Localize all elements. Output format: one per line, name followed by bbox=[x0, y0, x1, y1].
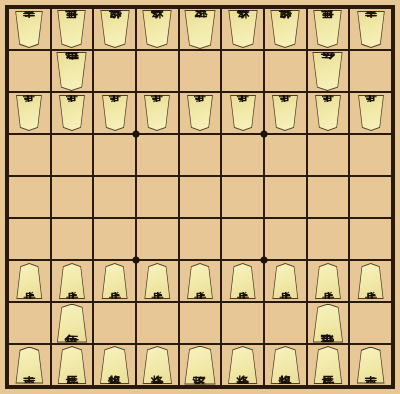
square-2-6[interactable] bbox=[307, 218, 350, 260]
square-6-6[interactable] bbox=[136, 218, 179, 260]
square-6-8[interactable] bbox=[136, 302, 179, 344]
square-2-1[interactable]: 桂馬 bbox=[307, 8, 350, 50]
square-8-6[interactable] bbox=[51, 218, 94, 260]
square-3-5[interactable] bbox=[264, 176, 307, 218]
square-2-9[interactable]: 桂馬 bbox=[307, 344, 350, 386]
shogi-board: 香車桂馬銀将金将王将金将銀将桂馬香車飛車角行歩兵歩兵歩兵歩兵歩兵歩兵歩兵歩兵歩兵… bbox=[5, 5, 395, 389]
piece-pawn-gote[interactable]: 歩兵 bbox=[100, 95, 130, 131]
square-3-7[interactable]: 歩兵 bbox=[264, 260, 307, 302]
square-5-4[interactable] bbox=[179, 134, 222, 176]
square-2-7[interactable]: 歩兵 bbox=[307, 260, 350, 302]
square-4-2[interactable] bbox=[221, 50, 264, 92]
square-9-7[interactable]: 歩兵 bbox=[8, 260, 51, 302]
square-1-3[interactable]: 歩兵 bbox=[349, 92, 392, 134]
piece-pawn-gote[interactable]: 歩兵 bbox=[228, 95, 258, 131]
piece-silver-sente[interactable]: 銀将 bbox=[268, 346, 302, 384]
square-7-1[interactable]: 銀将 bbox=[93, 8, 136, 50]
square-4-4[interactable] bbox=[221, 134, 264, 176]
square-5-9[interactable]: 王将 bbox=[179, 344, 222, 386]
square-6-2[interactable] bbox=[136, 50, 179, 92]
piece-pawn-gote[interactable]: 歩兵 bbox=[14, 95, 44, 131]
square-1-2[interactable] bbox=[349, 50, 392, 92]
square-7-6[interactable] bbox=[93, 218, 136, 260]
square-1-9[interactable]: 香車 bbox=[349, 344, 392, 386]
square-1-1[interactable]: 香車 bbox=[349, 8, 392, 50]
square-2-3[interactable]: 歩兵 bbox=[307, 92, 350, 134]
square-1-6[interactable] bbox=[349, 218, 392, 260]
square-5-6[interactable] bbox=[179, 218, 222, 260]
square-9-4[interactable] bbox=[8, 134, 51, 176]
piece-pawn-sente[interactable]: 歩兵 bbox=[100, 263, 130, 299]
square-7-9[interactable]: 銀将 bbox=[93, 344, 136, 386]
square-9-9[interactable]: 香車 bbox=[8, 344, 51, 386]
square-4-7[interactable]: 歩兵 bbox=[221, 260, 264, 302]
square-1-4[interactable] bbox=[349, 134, 392, 176]
square-7-3[interactable]: 歩兵 bbox=[93, 92, 136, 134]
square-1-7[interactable]: 歩兵 bbox=[349, 260, 392, 302]
piece-pawn-gote[interactable]: 歩兵 bbox=[57, 95, 87, 131]
square-8-2[interactable]: 飛車 bbox=[51, 50, 94, 92]
square-7-2[interactable] bbox=[93, 50, 136, 92]
square-9-8[interactable] bbox=[8, 302, 51, 344]
board-grid: 香車桂馬銀将金将王将金将銀将桂馬香車飛車角行歩兵歩兵歩兵歩兵歩兵歩兵歩兵歩兵歩兵… bbox=[8, 8, 392, 386]
piece-pawn-sente[interactable]: 歩兵 bbox=[228, 263, 258, 299]
piece-gold-gote[interactable]: 金将 bbox=[140, 10, 174, 48]
square-4-8[interactable] bbox=[221, 302, 264, 344]
shogi-app: 香車桂馬銀将金将王将金将銀将桂馬香車飛車角行歩兵歩兵歩兵歩兵歩兵歩兵歩兵歩兵歩兵… bbox=[0, 0, 400, 394]
square-8-8[interactable]: 角行 bbox=[51, 302, 94, 344]
piece-pawn-gote[interactable]: 歩兵 bbox=[356, 95, 386, 131]
piece-lance-sente[interactable]: 香車 bbox=[13, 347, 45, 384]
piece-rook-sente[interactable]: 飛車 bbox=[310, 304, 345, 343]
square-2-5[interactable] bbox=[307, 176, 350, 218]
piece-silver-sente[interactable]: 銀将 bbox=[98, 346, 132, 384]
square-3-9[interactable]: 銀将 bbox=[264, 344, 307, 386]
piece-pawn-gote[interactable]: 歩兵 bbox=[142, 95, 172, 131]
piece-gold-sente[interactable]: 金将 bbox=[140, 346, 174, 384]
square-4-3[interactable]: 歩兵 bbox=[221, 92, 264, 134]
square-3-6[interactable] bbox=[264, 218, 307, 260]
square-2-2[interactable]: 角行 bbox=[307, 50, 350, 92]
square-5-3[interactable]: 歩兵 bbox=[179, 92, 222, 134]
square-7-8[interactable] bbox=[93, 302, 136, 344]
square-8-3[interactable]: 歩兵 bbox=[51, 92, 94, 134]
hoshi-dot bbox=[133, 257, 140, 264]
piece-knight-gote[interactable]: 桂馬 bbox=[311, 10, 344, 48]
square-7-5[interactable] bbox=[93, 176, 136, 218]
square-9-1[interactable]: 香車 bbox=[8, 8, 51, 50]
square-1-5[interactable] bbox=[349, 176, 392, 218]
square-8-5[interactable] bbox=[51, 176, 94, 218]
square-5-7[interactable]: 歩兵 bbox=[179, 260, 222, 302]
piece-silver-gote[interactable]: 銀将 bbox=[268, 10, 302, 48]
square-8-4[interactable] bbox=[51, 134, 94, 176]
piece-knight-sente[interactable]: 桂馬 bbox=[311, 346, 344, 384]
piece-lance-sente[interactable]: 香車 bbox=[355, 347, 387, 384]
square-9-2[interactable] bbox=[8, 50, 51, 92]
piece-lance-gote[interactable]: 香車 bbox=[355, 11, 387, 48]
piece-gold-sente[interactable]: 金将 bbox=[226, 346, 260, 384]
piece-bishop-sente[interactable]: 角行 bbox=[54, 304, 89, 343]
piece-knight-sente[interactable]: 桂馬 bbox=[55, 346, 88, 384]
square-3-3[interactable]: 歩兵 bbox=[264, 92, 307, 134]
square-6-4[interactable] bbox=[136, 134, 179, 176]
square-8-9[interactable]: 桂馬 bbox=[51, 344, 94, 386]
square-7-4[interactable] bbox=[93, 134, 136, 176]
square-4-1[interactable]: 金将 bbox=[221, 8, 264, 50]
square-3-4[interactable] bbox=[264, 134, 307, 176]
square-6-1[interactable]: 金将 bbox=[136, 8, 179, 50]
square-8-7[interactable]: 歩兵 bbox=[51, 260, 94, 302]
square-5-5[interactable] bbox=[179, 176, 222, 218]
square-4-5[interactable] bbox=[221, 176, 264, 218]
piece-pawn-sente[interactable]: 歩兵 bbox=[270, 263, 300, 299]
square-4-9[interactable]: 金将 bbox=[221, 344, 264, 386]
piece-pawn-sente[interactable]: 歩兵 bbox=[57, 263, 87, 299]
piece-knight-gote[interactable]: 桂馬 bbox=[55, 10, 88, 48]
square-5-1[interactable]: 王将 bbox=[179, 8, 222, 50]
square-9-5[interactable] bbox=[8, 176, 51, 218]
hoshi-dot bbox=[133, 131, 140, 138]
square-3-1[interactable]: 銀将 bbox=[264, 8, 307, 50]
piece-pawn-sente[interactable]: 歩兵 bbox=[313, 263, 343, 299]
piece-pawn-sente[interactable]: 歩兵 bbox=[142, 263, 172, 299]
hoshi-dot bbox=[261, 257, 268, 264]
square-2-4[interactable] bbox=[307, 134, 350, 176]
square-5-8[interactable] bbox=[179, 302, 222, 344]
piece-silver-gote[interactable]: 銀将 bbox=[98, 10, 132, 48]
square-3-8[interactable] bbox=[264, 302, 307, 344]
piece-pawn-gote[interactable]: 歩兵 bbox=[185, 95, 215, 131]
piece-bishop-gote[interactable]: 角行 bbox=[310, 52, 345, 91]
square-3-2[interactable] bbox=[264, 50, 307, 92]
hoshi-dot bbox=[261, 131, 268, 138]
square-8-1[interactable]: 桂馬 bbox=[51, 8, 94, 50]
square-5-2[interactable] bbox=[179, 50, 222, 92]
square-7-7[interactable]: 歩兵 bbox=[93, 260, 136, 302]
piece-pawn-sente[interactable]: 歩兵 bbox=[185, 263, 215, 299]
piece-king-gote[interactable]: 王将 bbox=[182, 10, 218, 49]
square-6-7[interactable]: 歩兵 bbox=[136, 260, 179, 302]
square-4-6[interactable] bbox=[221, 218, 264, 260]
piece-lance-gote[interactable]: 香車 bbox=[13, 11, 45, 48]
piece-pawn-sente[interactable]: 歩兵 bbox=[14, 263, 44, 299]
square-9-6[interactable] bbox=[8, 218, 51, 260]
square-6-9[interactable]: 金将 bbox=[136, 344, 179, 386]
square-9-3[interactable]: 歩兵 bbox=[8, 92, 51, 134]
piece-pawn-sente[interactable]: 歩兵 bbox=[356, 263, 386, 299]
piece-pawn-gote[interactable]: 歩兵 bbox=[313, 95, 343, 131]
piece-king-sente[interactable]: 王将 bbox=[182, 346, 218, 385]
square-6-3[interactable]: 歩兵 bbox=[136, 92, 179, 134]
piece-rook-gote[interactable]: 飛車 bbox=[54, 52, 89, 91]
square-2-8[interactable]: 飛車 bbox=[307, 302, 350, 344]
square-1-8[interactable] bbox=[349, 302, 392, 344]
piece-pawn-gote[interactable]: 歩兵 bbox=[270, 95, 300, 131]
square-6-5[interactable] bbox=[136, 176, 179, 218]
piece-gold-gote[interactable]: 金将 bbox=[226, 10, 260, 48]
